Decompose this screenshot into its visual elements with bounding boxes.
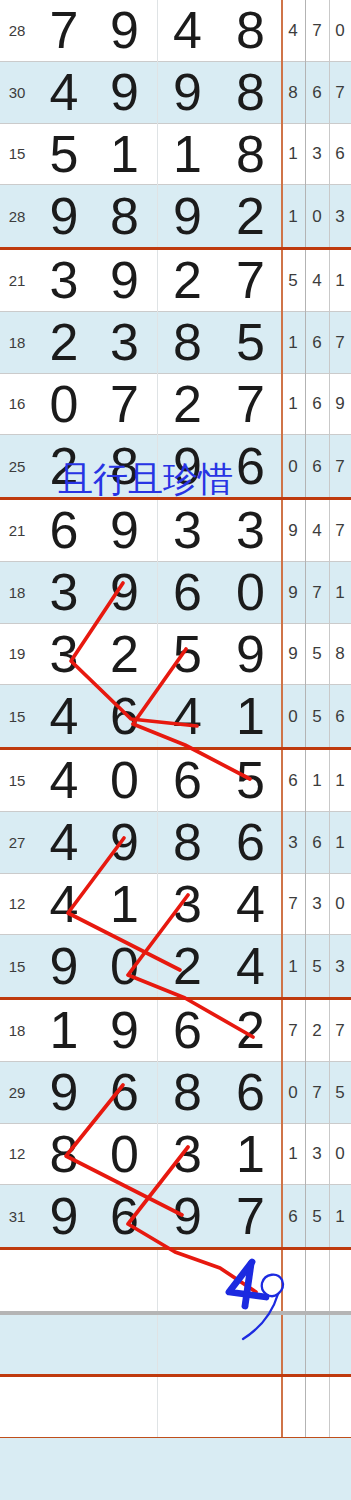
draw-row: 21 3 9 2 7 5 4 1 (0, 250, 351, 312)
section-separator-line (0, 997, 351, 1000)
draw-row: 12 8 0 3 1 1 3 0 (0, 1124, 351, 1186)
digit-cell-4: 3 (219, 504, 281, 556)
extra-digit-cell-3: 7 (329, 458, 351, 475)
digit-cell-4: 0 (219, 566, 281, 618)
draw-section: 18 1 9 6 2 7 2 7 29 9 6 8 6 0 7 5 12 8 0… (0, 1000, 351, 1247)
draw-row: 18 3 9 6 0 9 7 1 (0, 562, 351, 624)
extra-digit-cell-1: 9 (281, 522, 305, 539)
digit-cell-2: 7 (93, 378, 155, 430)
extra-digit-cell-3: 8 (329, 645, 351, 662)
digit-cell-3: 3 (155, 504, 219, 556)
extra-digit-cell-1: 1 (281, 208, 305, 225)
lottery-trend-board: 28 7 9 4 8 4 7 0 30 4 9 9 8 8 6 7 15 5 1… (0, 0, 351, 1500)
row-sum-label: 28 (0, 209, 34, 224)
digit-cell-3: 6 (155, 754, 219, 806)
extra-digit-cell-2: 5 (305, 645, 329, 662)
extra-digit-cell-2: 5 (305, 1208, 329, 1225)
extra-digit-cell-3: 1 (329, 834, 351, 851)
digit-cell-2: 3 (93, 316, 155, 368)
section-separator-line (0, 747, 351, 750)
row-sum-label: 12 (0, 896, 34, 911)
row-sum-label: 27 (0, 835, 34, 850)
digit-cell-3: 2 (155, 940, 219, 992)
extra-digit-cell-2: 6 (305, 458, 329, 475)
extra-digit-cell-2: 6 (305, 334, 329, 351)
extra-digit-cell-3: 1 (329, 1208, 351, 1225)
draw-row: 12 4 1 3 4 7 3 0 (0, 874, 351, 936)
digit-cell-1: 3 (34, 254, 93, 306)
digit-cell-2: 9 (93, 66, 155, 118)
extra-digit-cell-2: 4 (305, 272, 329, 289)
extra-digit-cell-3: 3 (329, 208, 351, 225)
digit-cell-3: 4 (155, 4, 219, 56)
extra-digit-cell-1: 4 (281, 22, 305, 39)
digit-cell-1: 4 (34, 878, 93, 930)
extra-digit-cell-3: 1 (329, 584, 351, 601)
draw-row: 15 4 0 6 5 6 1 1 (0, 750, 351, 812)
digit-cell-1: 1 (34, 1004, 93, 1056)
digit-cell-1: 9 (34, 1190, 93, 1242)
digit-cell-2: 8 (93, 190, 155, 242)
extra-digit-cell-1: 6 (281, 772, 305, 789)
draw-row: 19 3 2 5 9 9 5 8 (0, 624, 351, 686)
extra-digit-cell-1: 6 (281, 1208, 305, 1225)
extra-digit-cell-1: 8 (281, 84, 305, 101)
draw-row: 30 4 9 9 8 8 6 7 (0, 62, 351, 124)
digit-cell-4: 6 (219, 1066, 281, 1118)
digit-cell-1: 3 (34, 566, 93, 618)
digit-cell-2: 9 (93, 504, 155, 556)
extra-digit-cell-3: 6 (329, 145, 351, 162)
digit-cell-4: 9 (219, 628, 281, 680)
digit-cell-1: 2 (34, 316, 93, 368)
extra-digit-cell-3: 1 (329, 272, 351, 289)
extra-digit-cell-1: 9 (281, 584, 305, 601)
draw-row: 27 4 9 8 6 3 6 1 (0, 812, 351, 874)
draw-row: 15 9 0 2 4 1 5 3 (0, 935, 351, 997)
bottom-rule-line (0, 1437, 351, 1439)
draw-section: 21 6 9 3 3 9 4 7 18 3 9 6 0 9 7 1 19 3 2… (0, 500, 351, 747)
empty-row (0, 1250, 351, 1311)
extra-digit-cell-3: 1 (329, 772, 351, 789)
draw-row: 29 9 6 8 6 0 7 5 (0, 1062, 351, 1124)
row-sum-label: 12 (0, 1146, 34, 1161)
extra-digit-cell-1: 1 (281, 1145, 305, 1162)
digit-cell-3: 4 (155, 690, 219, 742)
digit-cell-2: 6 (93, 1190, 155, 1242)
digit-cell-4: 5 (219, 316, 281, 368)
extra-digit-cell-1: 1 (281, 145, 305, 162)
digit-cell-2: 9 (93, 4, 155, 56)
row-sum-label: 15 (0, 146, 34, 161)
digit-cell-2: 9 (93, 566, 155, 618)
digit-cell-4: 4 (219, 878, 281, 930)
extra-digit-cell-3: 0 (329, 1145, 351, 1162)
digit-cell-3: 5 (155, 628, 219, 680)
digit-cell-4: 2 (219, 190, 281, 242)
digit-cell-2: 0 (93, 940, 155, 992)
extra-digit-cell-2: 5 (305, 958, 329, 975)
extra-digit-cell-1: 3 (281, 834, 305, 851)
empty-row (0, 1315, 351, 1374)
digit-cell-3: 8 (155, 316, 219, 368)
extra-digit-cell-2: 7 (305, 1084, 329, 1101)
row-sum-label: 21 (0, 273, 34, 288)
row-sum-label: 31 (0, 1209, 34, 1224)
digit-cell-1: 4 (34, 66, 93, 118)
digit-cell-4: 1 (219, 690, 281, 742)
extra-digit-cell-3: 0 (329, 895, 351, 912)
row-sum-label: 30 (0, 85, 34, 100)
extra-digit-cell-2: 6 (305, 395, 329, 412)
draw-row: 15 5 1 1 8 1 3 6 (0, 124, 351, 186)
digit-cell-1: 4 (34, 690, 93, 742)
row-sum-label: 15 (0, 773, 34, 788)
digit-cell-1: 4 (34, 754, 93, 806)
digit-cell-2: 9 (93, 1004, 155, 1056)
extra-digit-cell-1: 7 (281, 895, 305, 912)
extra-digit-cell-3: 0 (329, 22, 351, 39)
digit-cell-1: 8 (34, 1128, 93, 1180)
digit-cell-1: 4 (34, 816, 93, 868)
digit-cell-3: 2 (155, 378, 219, 430)
digit-cell-4: 5 (219, 754, 281, 806)
extra-digit-cell-2: 1 (305, 772, 329, 789)
grid-vertical-line-gray (305, 0, 306, 1437)
row-sum-label: 18 (0, 585, 34, 600)
draw-row: 16 0 7 2 7 1 6 9 (0, 374, 351, 436)
digit-cell-4: 7 (219, 254, 281, 306)
row-sum-label: 15 (0, 959, 34, 974)
extra-digit-cell-3: 7 (329, 1022, 351, 1039)
handwritten-motto-text: 且行且珍惜 (58, 461, 233, 496)
digit-cell-3: 9 (155, 190, 219, 242)
draw-row: 18 1 9 6 2 7 2 7 (0, 1000, 351, 1062)
digit-cell-2: 6 (93, 1066, 155, 1118)
extra-digit-cell-2: 2 (305, 1022, 329, 1039)
extra-digit-cell-3: 5 (329, 1084, 351, 1101)
digit-cell-2: 9 (93, 816, 155, 868)
extra-digit-cell-2: 7 (305, 22, 329, 39)
digit-cell-3: 6 (155, 566, 219, 618)
extra-digit-cell-1: 5 (281, 272, 305, 289)
extra-digit-cell-1: 1 (281, 958, 305, 975)
row-sum-label: 18 (0, 335, 34, 350)
extra-digit-cell-3: 9 (329, 395, 351, 412)
extra-digit-cell-2: 5 (305, 708, 329, 725)
digit-cell-2: 0 (93, 1128, 155, 1180)
empty-row (0, 1377, 351, 1437)
digit-cell-4: 8 (219, 66, 281, 118)
digit-cell-2: 0 (93, 754, 155, 806)
digit-cell-2: 1 (93, 128, 155, 180)
digit-cell-2: 6 (93, 690, 155, 742)
extra-digit-cell-1: 1 (281, 395, 305, 412)
row-sum-label: 19 (0, 646, 34, 661)
digit-cell-3: 9 (155, 66, 219, 118)
digit-cell-1: 7 (34, 4, 93, 56)
digit-cell-4: 2 (219, 1004, 281, 1056)
digit-cell-2: 9 (93, 254, 155, 306)
extra-digit-cell-3: 7 (329, 522, 351, 539)
row-sum-label: 18 (0, 1023, 34, 1038)
extra-digit-cell-1: 7 (281, 1022, 305, 1039)
digit-cell-1: 9 (34, 190, 93, 242)
extra-digit-cell-3: 3 (329, 958, 351, 975)
number-grid: 28 7 9 4 8 4 7 0 30 4 9 9 8 8 6 7 15 5 1… (0, 0, 351, 1500)
extra-digit-cell-3: 7 (329, 334, 351, 351)
digit-cell-3: 1 (155, 128, 219, 180)
digit-cell-1: 0 (34, 378, 93, 430)
grid-vertical-line-orange (281, 0, 283, 1437)
extra-digit-cell-1: 0 (281, 1084, 305, 1101)
digit-cell-4: 8 (219, 4, 281, 56)
draw-row: 18 2 3 8 5 1 6 7 (0, 312, 351, 374)
extra-digit-cell-1: 1 (281, 334, 305, 351)
section-separator-line (0, 247, 351, 250)
digit-cell-1: 9 (34, 1066, 93, 1118)
digit-cell-4: 7 (219, 378, 281, 430)
grid-vertical-line-faint (157, 0, 158, 1437)
section-separator-line (0, 1247, 351, 1250)
digit-cell-4: 1 (219, 1128, 281, 1180)
digit-cell-3: 6 (155, 1004, 219, 1056)
row-sum-label: 16 (0, 396, 34, 411)
extra-digit-cell-2: 6 (305, 84, 329, 101)
extra-digit-cell-2: 4 (305, 522, 329, 539)
draw-row: 15 4 6 4 1 0 5 6 (0, 685, 351, 747)
digit-cell-3: 2 (155, 254, 219, 306)
extra-digit-cell-3: 7 (329, 84, 351, 101)
row-sum-label: 21 (0, 523, 34, 538)
empty-row (0, 1438, 351, 1500)
draw-section: 28 7 9 4 8 4 7 0 30 4 9 9 8 8 6 7 15 5 1… (0, 0, 351, 247)
digit-cell-1: 3 (34, 628, 93, 680)
digit-cell-3: 3 (155, 1128, 219, 1180)
digit-cell-1: 9 (34, 940, 93, 992)
digit-cell-3: 9 (155, 1190, 219, 1242)
extra-digit-cell-2: 3 (305, 145, 329, 162)
grid-vertical-line-gray2 (329, 0, 330, 1437)
extra-digit-cell-2: 0 (305, 208, 329, 225)
extra-digit-cell-2: 3 (305, 1145, 329, 1162)
gray-divider-bar (0, 1311, 351, 1315)
draw-section: 15 4 0 6 5 6 1 1 27 4 9 8 6 3 6 1 12 4 1… (0, 750, 351, 997)
extra-digit-cell-2: 6 (305, 834, 329, 851)
draw-row: 28 9 8 9 2 1 0 3 (0, 185, 351, 247)
row-sum-label: 15 (0, 709, 34, 724)
digit-cell-1: 6 (34, 504, 93, 556)
extra-digit-cell-2: 7 (305, 584, 329, 601)
section-separator-line (0, 1374, 351, 1377)
digit-cell-3: 8 (155, 816, 219, 868)
digit-cell-4: 7 (219, 1190, 281, 1242)
extra-digit-cell-1: 0 (281, 708, 305, 725)
extra-digit-cell-2: 3 (305, 895, 329, 912)
digit-cell-4: 4 (219, 940, 281, 992)
extra-digit-cell-1: 0 (281, 458, 305, 475)
row-sum-label: 25 (0, 459, 34, 474)
digit-cell-4: 6 (219, 816, 281, 868)
digit-cell-1: 5 (34, 128, 93, 180)
draw-row: 21 6 9 3 3 9 4 7 (0, 500, 351, 562)
extra-digit-cell-1: 9 (281, 645, 305, 662)
digit-cell-2: 2 (93, 628, 155, 680)
row-sum-label: 29 (0, 1085, 34, 1100)
extra-digit-cell-3: 6 (329, 708, 351, 725)
digit-cell-3: 8 (155, 1066, 219, 1118)
row-sum-label: 28 (0, 23, 34, 38)
digit-cell-3: 3 (155, 878, 219, 930)
draw-row: 28 7 9 4 8 4 7 0 (0, 0, 351, 62)
digit-cell-4: 8 (219, 128, 281, 180)
digit-cell-2: 1 (93, 878, 155, 930)
draw-row: 31 9 6 9 7 6 5 1 (0, 1185, 351, 1247)
